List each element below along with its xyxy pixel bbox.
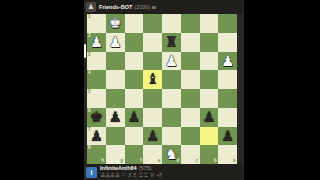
square-c5[interactable] — [181, 89, 200, 108]
square-d3[interactable]: ♟ — [162, 52, 181, 71]
square-b4[interactable] — [200, 70, 219, 89]
bot-avatar-icon: ♟ — [88, 4, 94, 11]
white-king[interactable]: ♚ — [109, 16, 122, 31]
rank-label-7: 7 — [88, 128, 91, 133]
black-rook[interactable]: ♜ — [165, 35, 178, 50]
flag-icon — [152, 6, 156, 9]
top-player-bar: ♟ Friends-BOT (2000) — [86, 0, 243, 14]
square-e7[interactable]: ♟ — [143, 127, 162, 146]
square-a2[interactable] — [218, 33, 237, 52]
square-f4[interactable] — [125, 70, 144, 89]
square-c2[interactable] — [181, 33, 200, 52]
square-f2[interactable] — [125, 33, 144, 52]
square-f5[interactable] — [125, 89, 144, 108]
file-label-g: g — [120, 159, 123, 164]
square-a3[interactable]: ♟ — [218, 52, 237, 71]
white-pawn[interactable]: ♟ — [109, 35, 122, 50]
chess-board[interactable]: 1♚2♟♟♜3♟♟4♝56♚♟♟♟7♟♟♟8hgfed♞cba — [87, 14, 237, 164]
square-d4[interactable] — [162, 70, 181, 89]
square-f6[interactable]: ♟ — [125, 108, 144, 127]
rank-label-4: 4 — [88, 71, 91, 76]
black-pawn[interactable]: ♟ — [146, 129, 159, 144]
square-g7[interactable] — [106, 127, 125, 146]
square-b1[interactable] — [200, 14, 219, 33]
black-pawn[interactable]: ♟ — [90, 129, 103, 144]
square-c3[interactable] — [181, 52, 200, 71]
square-a8[interactable]: a — [218, 145, 237, 164]
square-d8[interactable]: d♞ — [162, 145, 181, 164]
file-label-d: d — [177, 159, 180, 164]
square-e8[interactable]: e — [143, 145, 162, 164]
black-pawn[interactable]: ♟ — [127, 110, 140, 125]
square-f1[interactable] — [125, 14, 144, 33]
top-player-avatar[interactable]: ♟ — [86, 2, 96, 12]
white-pawn[interactable]: ♟ — [221, 54, 234, 69]
square-b2[interactable] — [200, 33, 219, 52]
square-e1[interactable] — [143, 14, 162, 33]
square-c6[interactable] — [181, 108, 200, 127]
square-a6[interactable] — [218, 108, 237, 127]
avatar-letter: i — [91, 169, 93, 176]
square-d1[interactable] — [162, 14, 181, 33]
top-player-rating: (2000) — [134, 4, 150, 10]
square-a5[interactable] — [218, 89, 237, 108]
square-e6[interactable] — [143, 108, 162, 127]
square-h5[interactable]: 5 — [87, 89, 106, 108]
black-pawn[interactable]: ♟ — [202, 110, 215, 125]
square-b5[interactable] — [200, 89, 219, 108]
square-g4[interactable] — [106, 70, 125, 89]
square-e4[interactable]: ♝ — [143, 70, 162, 89]
square-d6[interactable] — [162, 108, 181, 127]
square-a4[interactable] — [218, 70, 237, 89]
square-g1[interactable]: ♚ — [106, 14, 125, 33]
file-label-h: h — [102, 159, 105, 164]
captured-pieces: ♙♙♙♙ ♘ ♗♗ ♖♖ ♕ — [100, 172, 154, 178]
square-a1[interactable] — [218, 14, 237, 33]
square-c7[interactable] — [181, 127, 200, 146]
file-label-e: e — [158, 159, 161, 164]
material-score: +7 — [156, 173, 162, 178]
square-f7[interactable] — [125, 127, 144, 146]
square-g2[interactable]: ♟ — [106, 33, 125, 52]
file-label-c: c — [195, 159, 198, 164]
square-b6[interactable]: ♟ — [200, 108, 219, 127]
rank-label-8: 8 — [88, 146, 91, 151]
rank-label-2: 2 — [88, 34, 91, 39]
square-e5[interactable] — [143, 89, 162, 108]
square-h7[interactable]: 7♟ — [87, 127, 106, 146]
square-h3[interactable]: 3 — [87, 52, 106, 71]
black-pawn[interactable]: ♟ — [109, 110, 122, 125]
square-c8[interactable]: c — [181, 145, 200, 164]
white-pawn[interactable]: ♟ — [165, 54, 178, 69]
square-e2[interactable] — [143, 33, 162, 52]
square-h1[interactable]: 1 — [87, 14, 106, 33]
file-label-b: b — [214, 159, 217, 164]
square-b3[interactable] — [200, 52, 219, 71]
square-h8[interactable]: 8h — [87, 145, 106, 164]
rank-label-1: 1 — [88, 15, 91, 20]
square-d7[interactable] — [162, 127, 181, 146]
square-c4[interactable] — [181, 70, 200, 89]
file-label-f: f — [140, 159, 142, 164]
square-b8[interactable]: b — [200, 145, 219, 164]
square-g8[interactable]: g — [106, 145, 125, 164]
square-f8[interactable]: f — [125, 145, 144, 164]
video-frame: ♟ Friends-BOT (2000) 1♚2♟♟♜3♟♟4♝56♚♟♟♟7♟… — [0, 0, 320, 180]
square-e3[interactable] — [143, 52, 162, 71]
black-bishop[interactable]: ♝ — [146, 72, 159, 87]
file-label-a: a — [233, 159, 236, 164]
white-pawn[interactable]: ♟ — [90, 35, 103, 50]
square-b7[interactable] — [200, 127, 219, 146]
black-pawn[interactable]: ♟ — [221, 129, 234, 144]
square-h2[interactable]: 2♟ — [87, 33, 106, 52]
square-h4[interactable]: 4 — [87, 70, 106, 89]
square-g6[interactable]: ♟ — [106, 108, 125, 127]
top-player-name[interactable]: Friends-BOT — [99, 4, 132, 10]
rank-label-6: 6 — [88, 109, 91, 114]
square-a7[interactable]: ♟ — [218, 127, 237, 146]
bottom-player-bar: i InfiniteAnth84 (575) ♙♙♙♙ ♘ ♗♗ ♖♖ ♕ +7 — [86, 164, 243, 180]
square-g5[interactable] — [106, 89, 125, 108]
square-d5[interactable] — [162, 89, 181, 108]
black-king[interactable]: ♚ — [90, 110, 103, 125]
square-c1[interactable] — [181, 14, 200, 33]
rank-label-5: 5 — [88, 90, 91, 95]
square-d2[interactable]: ♜ — [162, 33, 181, 52]
square-h6[interactable]: 6♚ — [87, 108, 106, 127]
rank-label-3: 3 — [88, 53, 91, 58]
bottom-player-avatar[interactable]: i — [86, 167, 97, 178]
square-f3[interactable] — [125, 52, 144, 71]
square-g3[interactable] — [106, 52, 125, 71]
scroll-indicator[interactable] — [84, 44, 86, 58]
